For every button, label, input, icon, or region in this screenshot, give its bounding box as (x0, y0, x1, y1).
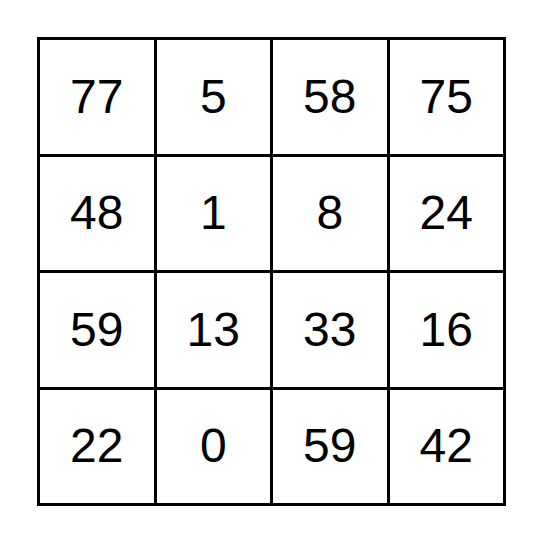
grid-cell-r1c0[interactable]: 48 (40, 157, 154, 271)
grid-cell-r0c3[interactable]: 75 (390, 40, 504, 154)
grid-cell-r2c3[interactable]: 16 (390, 273, 504, 387)
grid-cell-r1c3[interactable]: 24 (390, 157, 504, 271)
grid-cell-r3c2[interactable]: 59 (273, 390, 387, 504)
grid-cell-r3c0[interactable]: 22 (40, 390, 154, 504)
number-grid-board: 77 5 58 75 48 1 8 24 59 13 33 16 22 0 59… (37, 37, 506, 506)
grid-cell-r0c0[interactable]: 77 (40, 40, 154, 154)
grid-cell-r2c1[interactable]: 13 (157, 273, 271, 387)
grid-cell-r0c2[interactable]: 58 (273, 40, 387, 154)
grid-cell-r1c2[interactable]: 8 (273, 157, 387, 271)
grid-cell-r1c1[interactable]: 1 (157, 157, 271, 271)
grid-cell-r2c0[interactable]: 59 (40, 273, 154, 387)
grid-cell-r3c3[interactable]: 42 (390, 390, 504, 504)
grid-cell-r0c1[interactable]: 5 (157, 40, 271, 154)
grid-cell-r2c2[interactable]: 33 (273, 273, 387, 387)
grid-cell-r3c1[interactable]: 0 (157, 390, 271, 504)
